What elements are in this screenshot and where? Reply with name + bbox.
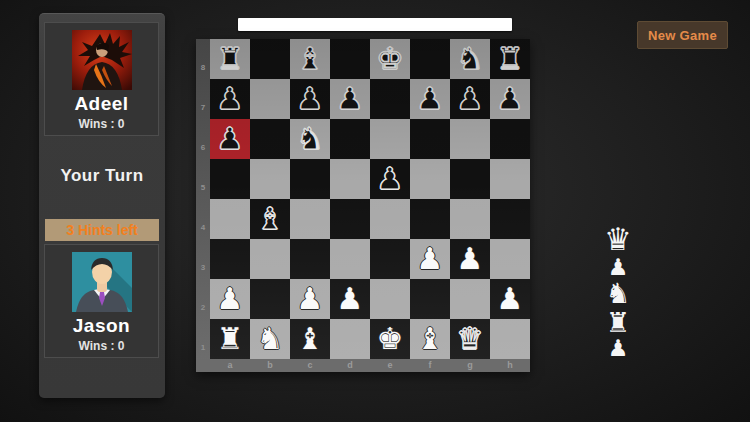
rank-label-1: 1 xyxy=(196,319,210,359)
square-d4[interactable] xyxy=(330,199,370,239)
square-e8[interactable]: ♚ xyxy=(370,39,410,79)
rank-label-8: 8 xyxy=(196,39,210,79)
square-e3[interactable] xyxy=(370,239,410,279)
square-b5[interactable] xyxy=(250,159,290,199)
piece-black-pawn[interactable]: ♟ xyxy=(370,159,410,199)
square-b3[interactable] xyxy=(250,239,290,279)
square-e4[interactable] xyxy=(370,199,410,239)
rank-label-4: 4 xyxy=(196,199,210,239)
square-c4[interactable] xyxy=(290,199,330,239)
square-c8[interactable]: ♝ xyxy=(290,39,330,79)
square-g4[interactable] xyxy=(450,199,490,239)
player-wins-bottom: Wins : 0 xyxy=(45,339,158,353)
piece-black-rook[interactable]: ♜ xyxy=(490,39,530,79)
player-card-bottom: Jason Wins : 0 xyxy=(44,244,159,358)
chess-board: ♜♝♚♞♜♟♟♟♟♟♟♟♞♟♝♟♟♟♟♟♟♜♞♝♚♝♛ 87654321abcd… xyxy=(196,39,530,372)
piece-black-knight[interactable]: ♞ xyxy=(450,39,490,79)
square-f1[interactable]: ♝ xyxy=(410,319,450,359)
new-game-button[interactable]: New Game xyxy=(637,21,728,49)
square-e2[interactable] xyxy=(370,279,410,319)
square-d2[interactable]: ♟ xyxy=(330,279,370,319)
piece-white-rook[interactable]: ♜ xyxy=(210,319,250,359)
square-d7[interactable]: ♟ xyxy=(330,79,370,119)
piece-black-pawn[interactable]: ♟ xyxy=(330,79,370,119)
piece-black-pawn[interactable]: ♟ xyxy=(290,79,330,119)
square-h1[interactable] xyxy=(490,319,530,359)
square-e1[interactable]: ♚ xyxy=(370,319,410,359)
piece-black-rook[interactable]: ♜ xyxy=(210,39,250,79)
hints-button[interactable]: 3 Hints left xyxy=(45,219,159,241)
square-c5[interactable] xyxy=(290,159,330,199)
avatar-jason xyxy=(72,252,132,312)
square-e7[interactable] xyxy=(370,79,410,119)
captured-white-pawn: ♟ xyxy=(608,256,629,279)
square-d3[interactable] xyxy=(330,239,370,279)
square-a3[interactable] xyxy=(210,239,250,279)
piece-white-pawn[interactable]: ♟ xyxy=(330,279,370,319)
piece-white-knight[interactable]: ♞ xyxy=(250,319,290,359)
square-e6[interactable] xyxy=(370,119,410,159)
player-name-top: Adeel xyxy=(45,94,158,114)
square-c2[interactable]: ♟ xyxy=(290,279,330,319)
square-c6[interactable]: ♞ xyxy=(290,119,330,159)
file-label-h: h xyxy=(490,359,530,372)
captured-white-pawn: ♟ xyxy=(608,337,629,360)
square-b7[interactable] xyxy=(250,79,290,119)
square-d8[interactable] xyxy=(330,39,370,79)
captured-pieces-tray: ♛♟♞♜♟ xyxy=(599,224,637,360)
captured-white-rook: ♜ xyxy=(606,309,630,336)
player-sidebar: Adeel Wins : 0 Your Turn 3 Hints left Ja… xyxy=(39,13,165,398)
captured-white-queen: ♛ xyxy=(604,224,632,255)
square-f5[interactable] xyxy=(410,159,450,199)
square-b8[interactable] xyxy=(250,39,290,79)
piece-black-pawn[interactable]: ♟ xyxy=(410,79,450,119)
square-f4[interactable] xyxy=(410,199,450,239)
square-f8[interactable] xyxy=(410,39,450,79)
player-wins-top: Wins : 0 xyxy=(45,117,158,131)
square-b1[interactable]: ♞ xyxy=(250,319,290,359)
square-h6[interactable] xyxy=(490,119,530,159)
file-label-a: a xyxy=(210,359,250,372)
square-a8[interactable]: ♜ xyxy=(210,39,250,79)
piece-white-bishop[interactable]: ♝ xyxy=(410,319,450,359)
square-b2[interactable] xyxy=(250,279,290,319)
square-g5[interactable] xyxy=(450,159,490,199)
square-b6[interactable] xyxy=(250,119,290,159)
rank-label-7: 7 xyxy=(196,79,210,119)
piece-white-pawn[interactable]: ♟ xyxy=(490,279,530,319)
board-grid: ♜♝♚♞♜♟♟♟♟♟♟♟♞♟♝♟♟♟♟♟♟♜♞♝♚♝♛ xyxy=(210,39,530,359)
square-c7[interactable]: ♟ xyxy=(290,79,330,119)
piece-black-bishop[interactable]: ♝ xyxy=(250,199,290,239)
timer-progress-bar xyxy=(238,18,512,31)
player-name-bottom: Jason xyxy=(45,316,158,336)
piece-white-bishop[interactable]: ♝ xyxy=(290,319,330,359)
file-label-f: f xyxy=(410,359,450,372)
square-f3[interactable]: ♟ xyxy=(410,239,450,279)
piece-white-pawn[interactable]: ♟ xyxy=(450,239,490,279)
square-g1[interactable]: ♛ xyxy=(450,319,490,359)
piece-white-pawn[interactable]: ♟ xyxy=(210,279,250,319)
square-a4[interactable] xyxy=(210,199,250,239)
square-h3[interactable] xyxy=(490,239,530,279)
square-h2[interactable]: ♟ xyxy=(490,279,530,319)
square-b4[interactable]: ♝ xyxy=(250,199,290,239)
square-a2[interactable]: ♟ xyxy=(210,279,250,319)
square-d5[interactable] xyxy=(330,159,370,199)
square-a7[interactable]: ♟ xyxy=(210,79,250,119)
rank-label-3: 3 xyxy=(196,239,210,279)
captured-white-knight: ♞ xyxy=(605,280,630,308)
square-g3[interactable]: ♟ xyxy=(450,239,490,279)
square-a6[interactable]: ♟ xyxy=(210,119,250,159)
square-g8[interactable]: ♞ xyxy=(450,39,490,79)
file-label-b: b xyxy=(250,359,290,372)
square-c1[interactable]: ♝ xyxy=(290,319,330,359)
piece-white-pawn[interactable]: ♟ xyxy=(410,239,450,279)
square-f2[interactable] xyxy=(410,279,450,319)
rank-label-6: 6 xyxy=(196,119,210,159)
square-c3[interactable] xyxy=(290,239,330,279)
piece-black-pawn[interactable]: ♟ xyxy=(450,79,490,119)
piece-black-knight[interactable]: ♞ xyxy=(290,119,330,159)
piece-white-king[interactable]: ♚ xyxy=(370,319,410,359)
square-g7[interactable]: ♟ xyxy=(450,79,490,119)
turn-status-label: Your Turn xyxy=(39,166,165,186)
piece-black-pawn[interactable]: ♟ xyxy=(490,79,530,119)
square-h4[interactable] xyxy=(490,199,530,239)
piece-white-pawn[interactable]: ♟ xyxy=(290,279,330,319)
square-g2[interactable] xyxy=(450,279,490,319)
file-label-d: d xyxy=(330,359,370,372)
square-h7[interactable]: ♟ xyxy=(490,79,530,119)
piece-black-bishop[interactable]: ♝ xyxy=(290,39,330,79)
square-f7[interactable]: ♟ xyxy=(410,79,450,119)
piece-black-pawn[interactable]: ♟ xyxy=(210,119,250,159)
file-label-g: g xyxy=(450,359,490,372)
square-d1[interactable] xyxy=(330,319,370,359)
rank-label-5: 5 xyxy=(196,159,210,199)
square-d6[interactable] xyxy=(330,119,370,159)
avatar-adeel xyxy=(72,30,132,90)
square-h5[interactable] xyxy=(490,159,530,199)
square-a1[interactable]: ♜ xyxy=(210,319,250,359)
square-h8[interactable]: ♜ xyxy=(490,39,530,79)
square-a5[interactable] xyxy=(210,159,250,199)
square-f6[interactable] xyxy=(410,119,450,159)
piece-black-pawn[interactable]: ♟ xyxy=(210,79,250,119)
square-e5[interactable]: ♟ xyxy=(370,159,410,199)
file-label-e: e xyxy=(370,359,410,372)
square-g6[interactable] xyxy=(450,119,490,159)
piece-black-queen[interactable]: ♛ xyxy=(450,319,490,359)
rank-label-2: 2 xyxy=(196,279,210,319)
piece-black-king[interactable]: ♚ xyxy=(370,39,410,79)
file-label-c: c xyxy=(290,359,330,372)
player-card-top: Adeel Wins : 0 xyxy=(44,22,159,136)
